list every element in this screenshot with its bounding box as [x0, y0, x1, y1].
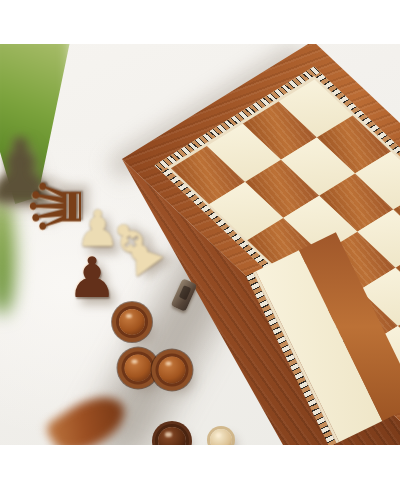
piece-lying-pawn-top-2 [125, 355, 152, 382]
piece-blurred-lying-piece [43, 384, 132, 445]
letterbox-top [0, 0, 400, 44]
specular-highlight [126, 314, 132, 318]
product-photo-page: ♟♛♟♝♟ [0, 0, 400, 488]
letterbox-bottom [0, 445, 400, 488]
scattered-pieces: ♟♛♟♝♟ [0, 44, 400, 445]
piece-lying-pawn-top-1 [119, 309, 145, 335]
specular-highlight [165, 432, 172, 437]
piece-standing-pawn-dark: ♟ [67, 250, 117, 306]
piece-lying-pawn-top-light [210, 429, 232, 445]
photo-area: ♟♛♟♝♟ [0, 44, 400, 445]
specular-highlight [132, 359, 138, 364]
specular-highlight [166, 361, 172, 366]
piece-lying-pawn-top-3 [159, 357, 186, 384]
specular-highlight [216, 433, 221, 437]
piece-lying-pawn-top-4 [158, 427, 186, 445]
